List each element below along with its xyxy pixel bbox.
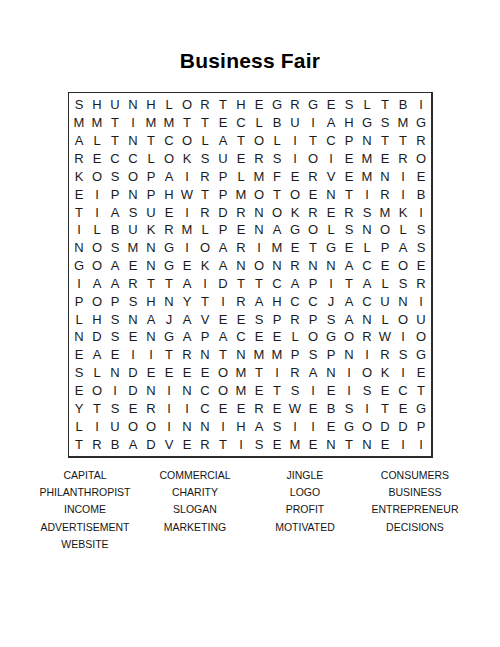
grid-cell-r12c4: S	[124, 292, 142, 310]
grid-cell-r4c9: U	[214, 150, 232, 168]
grid-cell-r17c17: S	[358, 382, 376, 400]
grid-cell-r5c20: E	[412, 167, 430, 185]
grid-cell-r4c11: R	[250, 150, 268, 168]
word-list-item: CONSUMERS	[360, 467, 470, 484]
grid-cell-r12c14: C	[304, 292, 322, 310]
grid-cell-r14c4: E	[124, 328, 142, 346]
grid-cell-r19c17: O	[358, 417, 376, 435]
grid-cell-r10c2: O	[88, 257, 106, 275]
grid-cell-r19c13: I	[286, 417, 304, 435]
grid-cell-r14c18: W	[376, 328, 394, 346]
grid-cell-r12c5: H	[142, 292, 160, 310]
grid-cell-r6c20: B	[412, 185, 430, 203]
word-list-item: ADVERTISEMENT	[30, 519, 140, 536]
grid-cell-r3c7: O	[178, 132, 196, 150]
grid-cell-r3c19: T	[394, 132, 412, 150]
grid-cell-r10c19: O	[394, 257, 412, 275]
grid-cell-r3c12: L	[268, 132, 286, 150]
grid-cell-r17c18: E	[376, 382, 394, 400]
grid-cell-r15c3: E	[106, 346, 124, 364]
grid-cell-r8c19: L	[394, 221, 412, 239]
grid-cell-r8c11: N	[250, 221, 268, 239]
word-list-item: MARKETING	[140, 519, 250, 536]
grid-cell-r19c6: I	[160, 417, 178, 435]
grid-cell-r3c1: A	[70, 132, 88, 150]
grid-cell-r15c2: A	[88, 346, 106, 364]
grid-cell-r2c19: M	[394, 114, 412, 132]
grid-cell-r1c15: E	[322, 96, 340, 114]
grid-cell-r18c16: S	[340, 399, 358, 417]
grid-cell-r7c10: R	[232, 203, 250, 221]
word-list-item: DECISIONS	[360, 519, 470, 536]
grid-cell-r15c7: R	[178, 346, 196, 364]
grid-cell-r13c15: S	[322, 310, 340, 328]
grid-cell-r8c10: E	[232, 221, 250, 239]
grid-cell-r19c10: H	[232, 417, 250, 435]
grid-cell-r1c5: H	[142, 96, 160, 114]
grid-cell-r10c15: N	[322, 257, 340, 275]
grid-cell-r13c9: E	[214, 310, 232, 328]
grid-cell-r17c19: C	[394, 382, 412, 400]
grid-cell-r2c14: I	[304, 114, 322, 132]
grid-cell-r7c12: O	[268, 203, 286, 221]
grid-cell-r17c4: D	[124, 382, 142, 400]
grid-cell-r14c12: E	[268, 328, 286, 346]
grid-cell-r6c3: P	[106, 185, 124, 203]
grid-cell-r19c9: I	[214, 417, 232, 435]
grid-cell-r4c5: L	[142, 150, 160, 168]
grid-cell-r9c6: G	[160, 239, 178, 257]
grid-cell-r2c12: B	[268, 114, 286, 132]
grid-cell-r10c11: O	[250, 257, 268, 275]
grid-cell-r14c11: E	[250, 328, 268, 346]
grid-cell-r4c4: C	[124, 150, 142, 168]
grid-cell-r19c4: O	[124, 417, 142, 435]
grid-cell-r16c17: O	[358, 364, 376, 382]
grid-cell-r15c11: M	[250, 346, 268, 364]
grid-cell-r17c12: T	[268, 382, 286, 400]
grid-cell-r2c2: M	[88, 114, 106, 132]
grid-cell-r6c11: O	[250, 185, 268, 203]
grid-cell-r1c2: H	[88, 96, 106, 114]
grid-cell-r13c5: A	[142, 310, 160, 328]
grid-cell-r17c8: C	[196, 382, 214, 400]
grid-cell-r1c4: N	[124, 96, 142, 114]
grid-cell-r20c20: I	[412, 435, 430, 453]
grid-cell-r11c10: T	[232, 275, 250, 293]
grid-cell-r1c13: R	[286, 96, 304, 114]
grid-cell-r8c16: S	[340, 221, 358, 239]
grid-cell-r8c9: P	[214, 221, 232, 239]
grid-cell-r15c18: R	[376, 346, 394, 364]
word-list-item: CHARITY	[140, 484, 250, 501]
grid-cell-r20c9: T	[214, 435, 232, 453]
grid-cell-r16c18: K	[376, 364, 394, 382]
grid-cell-r7c4: S	[124, 203, 142, 221]
grid-cell-r15c12: M	[268, 346, 286, 364]
grid-cell-r15c13: P	[286, 346, 304, 364]
grid-cell-r15c19: S	[394, 346, 412, 364]
word-list-item: CAPITAL	[30, 467, 140, 484]
grid-cell-r19c8: N	[196, 417, 214, 435]
grid-cell-r12c17: C	[358, 292, 376, 310]
grid-cell-r4c1: R	[70, 150, 88, 168]
word-list-item: WEBSITE	[30, 536, 140, 553]
grid-cell-r12c12: H	[268, 292, 286, 310]
grid-cell-r16c10: M	[232, 364, 250, 382]
grid-cell-r1c16: S	[340, 96, 358, 114]
grid-cell-r19c5: O	[142, 417, 160, 435]
grid-cell-r2c20: G	[412, 114, 430, 132]
grid-cell-r15c14: S	[304, 346, 322, 364]
grid-cell-r8c14: O	[304, 221, 322, 239]
grid-cell-r3c10: T	[232, 132, 250, 150]
grid-cell-r7c3: A	[106, 203, 124, 221]
grid-cell-r9c14: T	[304, 239, 322, 257]
grid-cell-r6c7: W	[178, 185, 196, 203]
grid-cell-r7c11: N	[250, 203, 268, 221]
grid-cell-r13c19: O	[394, 310, 412, 328]
grid-cell-r4c14: O	[304, 150, 322, 168]
grid-cell-r1c10: H	[232, 96, 250, 114]
grid-cell-r1c9: T	[214, 96, 232, 114]
grid-cell-r7c8: R	[196, 203, 214, 221]
grid-cell-r13c1: L	[70, 310, 88, 328]
grid-cell-r12c8: T	[196, 292, 214, 310]
grid-cell-r1c8: R	[196, 96, 214, 114]
grid-cell-r16c19: I	[394, 364, 412, 382]
grid-cell-r2c9: E	[214, 114, 232, 132]
grid-cell-r6c5: P	[142, 185, 160, 203]
grid-cell-r9c13: E	[286, 239, 304, 257]
grid-cell-r18c10: E	[232, 399, 250, 417]
grid-cell-r7c19: K	[394, 203, 412, 221]
grid-cell-r20c6: V	[160, 435, 178, 453]
grid-cell-r12c2: O	[88, 292, 106, 310]
grid-cell-r9c12: M	[268, 239, 286, 257]
grid-cell-r14c5: N	[142, 328, 160, 346]
grid-cell-r4c7: K	[178, 150, 196, 168]
grid-cell-r3c11: O	[250, 132, 268, 150]
grid-cell-r19c16: G	[340, 417, 358, 435]
grid-cell-r12c16: A	[340, 292, 358, 310]
grid-cell-r8c4: U	[124, 221, 142, 239]
grid-cell-r5c10: L	[232, 167, 250, 185]
grid-cell-r19c11: A	[250, 417, 268, 435]
grid-cell-r20c10: I	[232, 435, 250, 453]
grid-cell-r10c18: E	[376, 257, 394, 275]
grid-cell-r5c8: R	[196, 167, 214, 185]
grid-cell-r18c12: E	[268, 399, 286, 417]
grid-cell-r14c20: O	[412, 328, 430, 346]
grid-cell-r15c5: I	[142, 346, 160, 364]
letter-grid: SHUNHLORTHEGRGESLTBIMMTIMMTTECLBUIAHGSMG…	[68, 92, 433, 458]
grid-cell-r3c8: L	[196, 132, 214, 150]
grid-cell-r19c19: D	[394, 417, 412, 435]
grid-cell-r13c7: A	[178, 310, 196, 328]
grid-cell-r3c3: T	[106, 132, 124, 150]
grid-cell-r9c10: R	[232, 239, 250, 257]
grid-cell-r18c14: E	[304, 399, 322, 417]
grid-cell-r14c8: P	[196, 328, 214, 346]
grid-cell-r6c15: N	[322, 185, 340, 203]
grid-cell-r3c14: T	[304, 132, 322, 150]
grid-cell-r5c7: I	[178, 167, 196, 185]
grid-cell-r5c14: R	[304, 167, 322, 185]
grid-cell-r2c11: L	[250, 114, 268, 132]
grid-cell-r20c3: B	[106, 435, 124, 453]
grid-cell-r16c7: E	[178, 364, 196, 382]
grid-cell-r2c10: C	[232, 114, 250, 132]
grid-cell-r12c13: C	[286, 292, 304, 310]
grid-cell-r17c11: E	[250, 382, 268, 400]
grid-cell-r15c16: N	[340, 346, 358, 364]
word-list: CAPITALPHILANTHROPISTINCOMEADVERTISEMENT…	[30, 467, 470, 553]
grid-cell-r18c17: I	[358, 399, 376, 417]
grid-cell-r14c2: D	[88, 328, 106, 346]
grid-cell-r7c17: S	[358, 203, 376, 221]
grid-cell-r5c18: N	[376, 167, 394, 185]
grid-cell-r12c7: Y	[178, 292, 196, 310]
grid-cell-r18c8: C	[196, 399, 214, 417]
grid-cell-r18c2: T	[88, 399, 106, 417]
grid-cell-r20c12: E	[268, 435, 286, 453]
grid-cell-r11c7: A	[178, 275, 196, 293]
grid-cell-r3c13: I	[286, 132, 304, 150]
grid-cell-r13c12: P	[268, 310, 286, 328]
grid-cell-r8c13: G	[286, 221, 304, 239]
grid-cell-r10c14: N	[304, 257, 322, 275]
grid-cell-r20c18: E	[376, 435, 394, 453]
grid-cell-r2c3: T	[106, 114, 124, 132]
grid-cell-r16c11: T	[250, 364, 268, 382]
grid-cell-r4c10: E	[232, 150, 250, 168]
grid-cell-r17c10: M	[232, 382, 250, 400]
grid-cell-r11c13: A	[286, 275, 304, 293]
grid-cell-r14c6: G	[160, 328, 178, 346]
grid-cell-r10c17: C	[358, 257, 376, 275]
grid-cell-r16c9: O	[214, 364, 232, 382]
grid-cell-r11c16: T	[340, 275, 358, 293]
grid-cell-r11c6: T	[160, 275, 178, 293]
grid-cell-r16c16: I	[340, 364, 358, 382]
grid-cell-r9c3: S	[106, 239, 124, 257]
grid-cell-r3c20: R	[412, 132, 430, 150]
word-list-item: SLOGAN	[140, 501, 250, 518]
grid-cell-r9c4: M	[124, 239, 142, 257]
grid-cell-r5c2: O	[88, 167, 106, 185]
grid-cell-r5c6: A	[160, 167, 178, 185]
word-list-item: JINGLE	[250, 467, 360, 484]
grid-cell-r20c7: E	[178, 435, 196, 453]
grid-cell-r2c5: M	[142, 114, 160, 132]
grid-cell-r12c11: A	[250, 292, 268, 310]
grid-cell-r14c15: G	[322, 328, 340, 346]
grid-cell-r11c17: A	[358, 275, 376, 293]
grid-cell-r7c5: U	[142, 203, 160, 221]
grid-cell-r4c18: E	[376, 150, 394, 168]
grid-cell-r11c12: C	[268, 275, 286, 293]
grid-cell-r18c4: E	[124, 399, 142, 417]
word-list-item: BUSINESS	[360, 484, 470, 501]
grid-cell-r4c8: S	[196, 150, 214, 168]
grid-cell-r13c16: A	[340, 310, 358, 328]
grid-cell-r4c12: S	[268, 150, 286, 168]
grid-cell-r2c15: A	[322, 114, 340, 132]
grid-cell-r6c16: T	[340, 185, 358, 203]
grid-cell-r18c6: I	[160, 399, 178, 417]
grid-cell-r9c20: S	[412, 239, 430, 257]
grid-cell-r19c3: U	[106, 417, 124, 435]
grid-cell-r8c12: A	[268, 221, 286, 239]
grid-cell-r16c20: E	[412, 364, 430, 382]
grid-cell-r12c18: U	[376, 292, 394, 310]
grid-cell-r8c7: M	[178, 221, 196, 239]
grid-cell-r5c13: E	[286, 167, 304, 185]
grid-cell-r12c10: R	[232, 292, 250, 310]
grid-cell-r20c17: N	[358, 435, 376, 453]
grid-cell-r20c14: E	[304, 435, 322, 453]
grid-cell-r8c5: K	[142, 221, 160, 239]
grid-cell-r6c19: I	[394, 185, 412, 203]
grid-cell-r8c18: O	[376, 221, 394, 239]
grid-cell-r11c1: I	[70, 275, 88, 293]
grid-cell-r3c6: C	[160, 132, 178, 150]
grid-cell-r14c16: O	[340, 328, 358, 346]
grid-cell-r5c9: P	[214, 167, 232, 185]
grid-cell-r18c19: E	[394, 399, 412, 417]
grid-cell-r1c12: G	[268, 96, 286, 114]
grid-cell-r15c6: T	[160, 346, 178, 364]
grid-cell-r10c3: A	[106, 257, 124, 275]
grid-cell-r2c16: H	[340, 114, 358, 132]
grid-cell-r13c13: R	[286, 310, 304, 328]
word-list-column-2: COMMERCIALCHARITYSLOGANMARKETING	[140, 467, 250, 553]
grid-cell-r13c2: H	[88, 310, 106, 328]
grid-cell-r10c5: N	[142, 257, 160, 275]
grid-cell-r3c2: L	[88, 132, 106, 150]
grid-cell-r7c20: I	[412, 203, 430, 221]
grid-cell-r20c4: A	[124, 435, 142, 453]
grid-cell-r15c15: P	[322, 346, 340, 364]
grid-cell-r20c11: S	[250, 435, 268, 453]
grid-cell-r16c8: E	[196, 364, 214, 382]
grid-cell-r15c1: E	[70, 346, 88, 364]
grid-cell-r15c20: G	[412, 346, 430, 364]
grid-cell-r4c6: O	[160, 150, 178, 168]
grid-cell-r18c13: W	[286, 399, 304, 417]
grid-cell-r8c8: L	[196, 221, 214, 239]
grid-cell-r10c6: G	[160, 257, 178, 275]
grid-cell-r1c7: O	[178, 96, 196, 114]
grid-cell-r1c17: L	[358, 96, 376, 114]
grid-cell-r8c2: L	[88, 221, 106, 239]
grid-cell-r9c7: I	[178, 239, 196, 257]
grid-cell-r16c14: A	[304, 364, 322, 382]
word-list-item: PROFIT	[250, 501, 360, 518]
grid-cell-r10c1: G	[70, 257, 88, 275]
grid-cell-r13c3: S	[106, 310, 124, 328]
grid-cell-r15c4: I	[124, 346, 142, 364]
grid-cell-r14c17: R	[358, 328, 376, 346]
grid-cell-r3c17: N	[358, 132, 376, 150]
grid-cell-r11c2: A	[88, 275, 106, 293]
grid-cell-r16c6: E	[160, 364, 178, 382]
grid-cell-r20c1: T	[70, 435, 88, 453]
grid-cell-r8c17: N	[358, 221, 376, 239]
grid-cell-r5c11: M	[250, 167, 268, 185]
grid-cell-r9c15: G	[322, 239, 340, 257]
grid-cell-r14c14: O	[304, 328, 322, 346]
grid-cell-r5c19: I	[394, 167, 412, 185]
grid-cell-r18c5: R	[142, 399, 160, 417]
grid-cell-r9c11: I	[250, 239, 268, 257]
grid-cell-r9c8: O	[196, 239, 214, 257]
grid-cell-r15c17: I	[358, 346, 376, 364]
grid-cell-r16c2: L	[88, 364, 106, 382]
grid-cell-r3c16: P	[340, 132, 358, 150]
word-list-item: PHILANTHROPIST	[30, 484, 140, 501]
grid-cell-r19c14: I	[304, 417, 322, 435]
grid-cell-r2c13: U	[286, 114, 304, 132]
grid-cell-r8c3: B	[106, 221, 124, 239]
grid-cell-r9c5: N	[142, 239, 160, 257]
grid-cell-r5c16: E	[340, 167, 358, 185]
grid-cell-r2c17: G	[358, 114, 376, 132]
grid-cell-r7c7: I	[178, 203, 196, 221]
grid-cell-r7c2: I	[88, 203, 106, 221]
grid-cell-r7c1: T	[70, 203, 88, 221]
grid-cell-r20c8: R	[196, 435, 214, 453]
grid-cell-r19c15: E	[322, 417, 340, 435]
grid-cell-r14c13: L	[286, 328, 304, 346]
grid-cell-r13c14: P	[304, 310, 322, 328]
grid-cell-r17c6: I	[160, 382, 178, 400]
grid-cell-r20c16: T	[340, 435, 358, 453]
grid-cell-r9c16: E	[340, 239, 358, 257]
grid-cell-r18c9: E	[214, 399, 232, 417]
grid-cell-r20c15: N	[322, 435, 340, 453]
grid-cell-r1c20: I	[412, 96, 430, 114]
grid-cell-r10c20: E	[412, 257, 430, 275]
grid-cell-r11c20: R	[412, 275, 430, 293]
grid-cell-r19c7: N	[178, 417, 196, 435]
grid-cell-r3c5: T	[142, 132, 160, 150]
grid-cell-r17c3: I	[106, 382, 124, 400]
grid-cell-r1c14: G	[304, 96, 322, 114]
grid-cell-r13c10: E	[232, 310, 250, 328]
grid-cell-r20c13: M	[286, 435, 304, 453]
grid-cell-r12c20: I	[412, 292, 430, 310]
grid-cell-r9c17: L	[358, 239, 376, 257]
grid-cell-r8c20: S	[412, 221, 430, 239]
grid-cell-r1c11: E	[250, 96, 268, 114]
grid-cell-r4c20: O	[412, 150, 430, 168]
grid-cell-r16c4: D	[124, 364, 142, 382]
grid-cell-r7c6: E	[160, 203, 178, 221]
grid-cell-r17c16: I	[340, 382, 358, 400]
word-list-item: COMMERCIAL	[140, 467, 250, 484]
grid-cell-r20c5: D	[142, 435, 160, 453]
grid-cell-r14c9: A	[214, 328, 232, 346]
grid-cell-r6c18: R	[376, 185, 394, 203]
grid-cell-r16c15: N	[322, 364, 340, 382]
grid-cell-r7c16: R	[340, 203, 358, 221]
grid-cell-r6c9: P	[214, 185, 232, 203]
grid-cell-r13c6: J	[160, 310, 178, 328]
grid-cell-r2c18: S	[376, 114, 394, 132]
grid-cell-r18c11: R	[250, 399, 268, 417]
